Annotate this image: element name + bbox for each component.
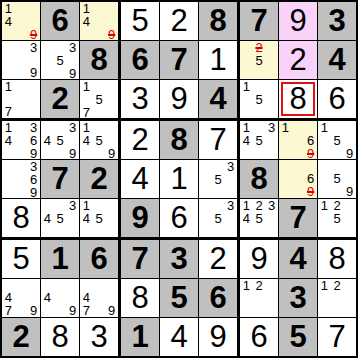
candidate-digit: 1 <box>80 80 93 93</box>
solved-digit: 8 <box>41 318 79 356</box>
candidate-digit: 1 <box>240 80 253 93</box>
cell-r8c5[interactable]: 5 <box>160 279 198 317</box>
candidate-digit: 1 <box>2 80 15 93</box>
pencil-marks: 12 <box>240 279 278 317</box>
candidate-digit: 9 <box>343 185 356 198</box>
cell-r9c8[interactable]: 5 <box>279 318 317 356</box>
given-digit: 7 <box>240 2 278 40</box>
cell-r6c8[interactable]: 7 <box>279 199 317 237</box>
solved-digit: 9 <box>160 80 198 118</box>
candidate-digit: 7 <box>80 304 93 317</box>
given-digit: 8 <box>80 41 118 79</box>
candidate-digit: 5 <box>212 173 225 186</box>
given-digit: 6 <box>121 41 159 79</box>
pencil-marks: 12 <box>318 279 356 317</box>
candidate-digit: 9 <box>66 147 79 160</box>
given-digit: 6 <box>80 240 118 278</box>
sudoku-board: 1496149393598172157528671394793252415861… <box>0 0 358 358</box>
cell-r4c3[interactable]: 1459 <box>80 121 118 159</box>
given-digit: 7 <box>121 240 159 278</box>
cell-r8c4[interactable]: 8 <box>121 279 159 317</box>
candidate-digit: 3 <box>265 121 278 134</box>
cell-r1c1[interactable]: 149 <box>2 2 40 40</box>
cell-r1c8[interactable]: 9 <box>279 2 317 40</box>
pencil-marks: 149 <box>80 2 118 40</box>
cell-r7c3[interactable]: 6 <box>80 240 118 278</box>
candidate-digit: 9 <box>105 304 118 317</box>
cell-r4c9[interactable]: 159 <box>318 121 356 159</box>
candidate-digit: 5 <box>54 134 67 147</box>
cell-r5c9[interactable]: 59 <box>318 160 356 198</box>
candidate-digit: 7 <box>80 106 93 119</box>
pencil-marks: 3459 <box>41 121 79 159</box>
solved-digit: 6 <box>240 318 278 356</box>
cell-r9c2[interactable]: 8 <box>41 318 79 356</box>
cell-r2c1[interactable]: 39 <box>2 41 40 79</box>
cell-r5c1[interactable]: 369 <box>2 160 40 198</box>
cell-r3c2[interactable]: 2 <box>41 80 79 118</box>
cell-r8c6[interactable]: 6 <box>199 279 237 317</box>
candidate-digit: 9 <box>343 147 356 160</box>
cell-r9c3[interactable]: 3 <box>80 318 118 356</box>
pencil-marks: 145 <box>80 199 118 237</box>
pencil-marks: 49 <box>41 279 79 317</box>
cell-r3c5[interactable]: 9 <box>160 80 198 118</box>
pencil-marks: 17 <box>2 80 40 118</box>
cell-r5c4[interactable]: 4 <box>121 160 159 198</box>
candidate-digit: 4 <box>240 134 253 147</box>
candidate-digit: 3 <box>265 199 278 212</box>
given-digit: 8 <box>160 121 198 159</box>
given-digit: 8 <box>240 160 278 198</box>
cell-r6c4[interactable]: 9 <box>121 199 159 237</box>
pencil-marks: 1459 <box>80 121 118 159</box>
candidate-digit: 9 <box>66 67 79 80</box>
cell-r1c7[interactable]: 7 <box>240 2 278 40</box>
cell-r2c9[interactable]: 4 <box>318 41 356 79</box>
candidate-digit: 4 <box>80 15 93 28</box>
solved-digit: 2 <box>279 41 317 79</box>
solved-digit: 3 <box>121 80 159 118</box>
given-digit: 3 <box>160 240 198 278</box>
candidate-digit: 3 <box>224 160 237 173</box>
candidate-digit: 5 <box>93 93 106 106</box>
cell-r4c4[interactable]: 2 <box>121 121 159 159</box>
cell-r6c7[interactable]: 12345 <box>240 199 278 237</box>
solved-digit: 1 <box>160 160 198 198</box>
solved-digit: 8 <box>318 240 356 278</box>
candidate-digit: 9 <box>27 186 40 199</box>
cell-r6c1[interactable]: 8 <box>2 199 40 237</box>
solved-digit: 6 <box>318 80 356 118</box>
cell-r2c8[interactable]: 2 <box>279 41 317 79</box>
cell-r8c1[interactable]: 479 <box>2 279 40 317</box>
pencil-marks: 149 <box>2 2 40 40</box>
candidate-digit: 3 <box>66 41 79 54</box>
pencil-marks: 157 <box>80 80 118 118</box>
candidate-digit: 1 <box>240 279 253 292</box>
box-1: 1496149393598172157 <box>2 2 118 118</box>
candidate-digit: 4 <box>240 212 253 225</box>
candidate-digit: 1 <box>318 199 331 212</box>
cell-r1c3[interactable]: 149 <box>80 2 118 40</box>
cell-r4c5[interactable]: 8 <box>160 121 198 159</box>
solved-digit: 5 <box>2 240 40 278</box>
cell-r3c3[interactable]: 157 <box>80 80 118 118</box>
cell-r7c2[interactable]: 1 <box>41 240 79 278</box>
candidate-digit: 4 <box>80 212 93 225</box>
eliminated-candidate: 9 <box>105 28 118 41</box>
cell-r4c1[interactable]: 13469 <box>2 121 40 159</box>
given-digit: 1 <box>121 318 159 356</box>
given-digit: 6 <box>199 279 237 317</box>
given-digit: 7 <box>279 199 317 237</box>
cell-r1c9[interactable]: 3 <box>318 2 356 40</box>
cell-r7c4[interactable]: 7 <box>121 240 159 278</box>
candidate-digit: 1 <box>318 279 331 292</box>
pencil-marks: 1345 <box>240 121 278 159</box>
given-digit: 3 <box>318 2 356 40</box>
cell-r7c7[interactable]: 9 <box>240 240 278 278</box>
cell-r9c4[interactable]: 1 <box>121 318 159 356</box>
candidate-digit: 5 <box>253 93 266 106</box>
pencil-marks: 345 <box>41 199 79 237</box>
cell-r1c2[interactable]: 6 <box>41 2 79 40</box>
candidate-digit: 1 <box>279 121 292 134</box>
solved-digit: 2 <box>121 121 159 159</box>
box-7: 51647949479283 <box>2 240 118 356</box>
solved-digit: 8 <box>2 199 40 237</box>
cell-r9c7[interactable]: 6 <box>240 318 278 356</box>
solved-digit: 8 <box>121 279 159 317</box>
cell-r7c6[interactable]: 2 <box>199 240 237 278</box>
candidate-digit: 9 <box>105 147 118 160</box>
candidate-digit: 9 <box>27 66 40 79</box>
candidate-digit: 3 <box>224 199 237 212</box>
pencil-marks: 12345 <box>240 199 278 237</box>
candidate-digit: 2 <box>253 279 266 292</box>
candidate-digit: 3 <box>66 121 79 134</box>
candidate-digit: 5 <box>253 212 266 225</box>
given-digit: 4 <box>199 80 237 118</box>
cell-r3c6[interactable]: 4 <box>199 80 237 118</box>
pencil-marks: 69 <box>279 160 317 198</box>
cell-r8c2[interactable]: 49 <box>41 279 79 317</box>
solved-digit: 7 <box>318 318 356 356</box>
pencil-marks: 59 <box>318 160 356 198</box>
candidate-digit: 2 <box>331 279 344 292</box>
cell-r4c2[interactable]: 3459 <box>41 121 79 159</box>
cell-r5c6[interactable]: 35 <box>199 160 237 198</box>
cell-r7c1[interactable]: 5 <box>2 240 40 278</box>
candidate-digit: 5 <box>93 212 106 225</box>
candidate-digit: 4 <box>41 134 54 147</box>
given-digit: 9 <box>121 199 159 237</box>
pencil-marks: 369 <box>2 160 40 198</box>
cell-r1c5[interactable]: 2 <box>160 2 198 40</box>
cell-r2c3[interactable]: 8 <box>80 41 118 79</box>
solved-digit: 9 <box>240 240 278 278</box>
cell-r6c5[interactable]: 6 <box>160 199 198 237</box>
cell-r3c8[interactable]: 8 <box>279 80 317 118</box>
pencil-marks: 169 <box>279 121 317 159</box>
cell-r1c6[interactable]: 8 <box>199 2 237 40</box>
solved-digit: 2 <box>199 240 237 278</box>
box-8: 732856149 <box>121 240 237 356</box>
solved-digit: 2 <box>160 2 198 40</box>
candidate-digit: 5 <box>331 212 344 225</box>
given-digit: 3 <box>279 279 317 317</box>
candidate-digit: 9 <box>66 304 79 317</box>
cell-r6c9[interactable]: 125 <box>318 199 356 237</box>
cell-r1c4[interactable]: 5 <box>121 2 159 40</box>
given-digit: 2 <box>2 318 40 356</box>
cell-r8c9[interactable]: 12 <box>318 279 356 317</box>
cell-r2c2[interactable]: 359 <box>41 41 79 79</box>
candidate-digit: 5 <box>54 54 67 67</box>
cell-r4c8[interactable]: 169 <box>279 121 317 159</box>
pencil-marks: 25 <box>240 41 278 79</box>
cell-r8c8[interactable]: 3 <box>279 279 317 317</box>
solved-digit: 4 <box>160 318 198 356</box>
cell-r9c1[interactable]: 2 <box>2 318 40 356</box>
given-digit: 2 <box>80 160 118 198</box>
candidate-digit: 4 <box>2 15 15 28</box>
pencil-marks: 35 <box>199 160 237 198</box>
given-digit: 2 <box>41 80 79 118</box>
cell-r3c4[interactable]: 3 <box>121 80 159 118</box>
candidate-digit: 5 <box>331 134 344 147</box>
cell-r7c5[interactable]: 3 <box>160 240 198 278</box>
solved-digit: 5 <box>121 2 159 40</box>
cell-r5c3[interactable]: 2 <box>80 160 118 198</box>
box-4: 1346934591459369728345145 <box>2 121 118 237</box>
eliminated-candidate: 9 <box>304 185 317 198</box>
cell-r3c9[interactable]: 6 <box>318 80 356 118</box>
cell-r9c6[interactable]: 9 <box>199 318 237 356</box>
given-digit: 4 <box>318 41 356 79</box>
pencil-marks: 359 <box>41 41 79 79</box>
candidate-digit: 4 <box>80 134 93 147</box>
given-digit: 6 <box>41 2 79 40</box>
cell-r6c2[interactable]: 345 <box>41 199 79 237</box>
candidate-digit: 5 <box>253 54 266 67</box>
solved-digit: 3 <box>80 318 118 356</box>
pencil-marks: 479 <box>80 279 118 317</box>
cell-r5c8[interactable]: 69 <box>279 160 317 198</box>
solved-digit: 9 <box>199 318 237 356</box>
cell-r6c6[interactable]: 35 <box>199 199 237 237</box>
candidate-digit: 7 <box>2 304 15 317</box>
eliminated-candidate: 9 <box>304 147 317 160</box>
pencil-marks: 159 <box>318 121 356 159</box>
candidate-digit: 9 <box>27 304 40 317</box>
candidate-digit: 3 <box>27 41 40 54</box>
cell-r5c5[interactable]: 1 <box>160 160 198 198</box>
cell-r4c7[interactable]: 1345 <box>240 121 278 159</box>
candidate-digit: 5 <box>331 172 344 185</box>
cell-r7c8[interactable]: 4 <box>279 240 317 278</box>
candidate-digit: 5 <box>93 134 106 147</box>
cell-r8c7[interactable]: 12 <box>240 279 278 317</box>
solved-digit: 8 <box>279 80 317 118</box>
cell-r2c7[interactable]: 25 <box>240 41 278 79</box>
given-digit: 8 <box>199 2 237 40</box>
cell-r5c7[interactable]: 8 <box>240 160 278 198</box>
cell-r6c3[interactable]: 145 <box>80 199 118 237</box>
given-digit: 7 <box>160 41 198 79</box>
cell-r9c9[interactable]: 7 <box>318 318 356 356</box>
solved-digit: 4 <box>121 160 159 198</box>
candidate-digit: 5 <box>253 134 266 147</box>
box-2: 528671394 <box>121 2 237 118</box>
box-9: 94812312657 <box>240 240 356 356</box>
candidate-digit: 1 <box>318 121 331 134</box>
cell-r3c1[interactable]: 17 <box>2 80 40 118</box>
candidate-digit: 3 <box>66 199 79 212</box>
candidate-digit: 4 <box>41 291 54 304</box>
candidate-digit: 7 <box>2 105 15 118</box>
cell-r3c7[interactable]: 15 <box>240 80 278 118</box>
solved-digit: 7 <box>199 121 237 159</box>
candidate-digit: 5 <box>212 212 225 225</box>
cell-r9c5[interactable]: 4 <box>160 318 198 356</box>
box-6: 134516915986959123457125 <box>240 121 356 237</box>
solved-digit: 9 <box>279 2 317 40</box>
solved-digit: 6 <box>160 199 198 237</box>
pencil-marks: 39 <box>2 41 40 79</box>
pencil-marks: 125 <box>318 199 356 237</box>
cell-r5c2[interactable]: 7 <box>41 160 79 198</box>
candidate-digit: 4 <box>2 134 15 147</box>
cell-r8c3[interactable]: 479 <box>80 279 118 317</box>
solved-digit: 1 <box>199 41 237 79</box>
cell-r2c4[interactable]: 6 <box>121 41 159 79</box>
pencil-marks: 15 <box>240 80 278 118</box>
given-digit: 5 <box>160 279 198 317</box>
candidate-digit: 5 <box>54 212 67 225</box>
pencil-marks: 479 <box>2 279 40 317</box>
box-5: 28741359635 <box>121 121 237 237</box>
cell-r2c6[interactable]: 1 <box>199 41 237 79</box>
given-digit: 1 <box>41 240 79 278</box>
candidate-digit: 4 <box>41 212 54 225</box>
given-digit: 4 <box>279 240 317 278</box>
given-digit: 5 <box>279 318 317 356</box>
cell-r4c6[interactable]: 7 <box>199 121 237 159</box>
given-digit: 7 <box>41 160 79 198</box>
cell-r7c9[interactable]: 8 <box>318 240 356 278</box>
cell-r2c5[interactable]: 7 <box>160 41 198 79</box>
pencil-marks: 35 <box>199 199 237 237</box>
pencil-marks: 13469 <box>2 121 40 159</box>
box-3: 79325241586 <box>240 2 356 118</box>
